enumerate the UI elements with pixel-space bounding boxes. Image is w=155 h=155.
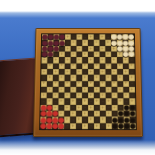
board-square[interactable]: ● (47, 51, 53, 57)
halma-piece-burgundy[interactable]: ● (59, 40, 65, 46)
halma-piece-red[interactable]: ● (58, 123, 64, 129)
photo-background: ●●●●●●●●●●●●●●●●●●●●●●●●●●●●●●●●●●●●●●●●… (0, 0, 155, 155)
halma-piece-burgundy[interactable]: ● (53, 46, 59, 52)
board-square[interactable]: ● (58, 123, 64, 129)
box-lid (0, 58, 37, 138)
halma-piece-black[interactable]: ● (130, 123, 136, 129)
board-frame: ●●●●●●●●●●●●●●●●●●●●●●●●●●●●●●●●●●●●●●●●… (33, 28, 143, 137)
halma-piece-burgundy[interactable]: ● (47, 51, 53, 57)
board-grid: ●●●●●●●●●●●●●●●●●●●●●●●●●●●●●●●●●●●●●●●●… (39, 33, 137, 130)
halma-piece-white[interactable]: ● (128, 51, 134, 57)
board-square[interactable]: ● (53, 46, 59, 52)
board-square[interactable]: ● (59, 40, 65, 46)
board-square[interactable]: ● (130, 123, 136, 129)
board-square[interactable]: ● (128, 51, 134, 57)
